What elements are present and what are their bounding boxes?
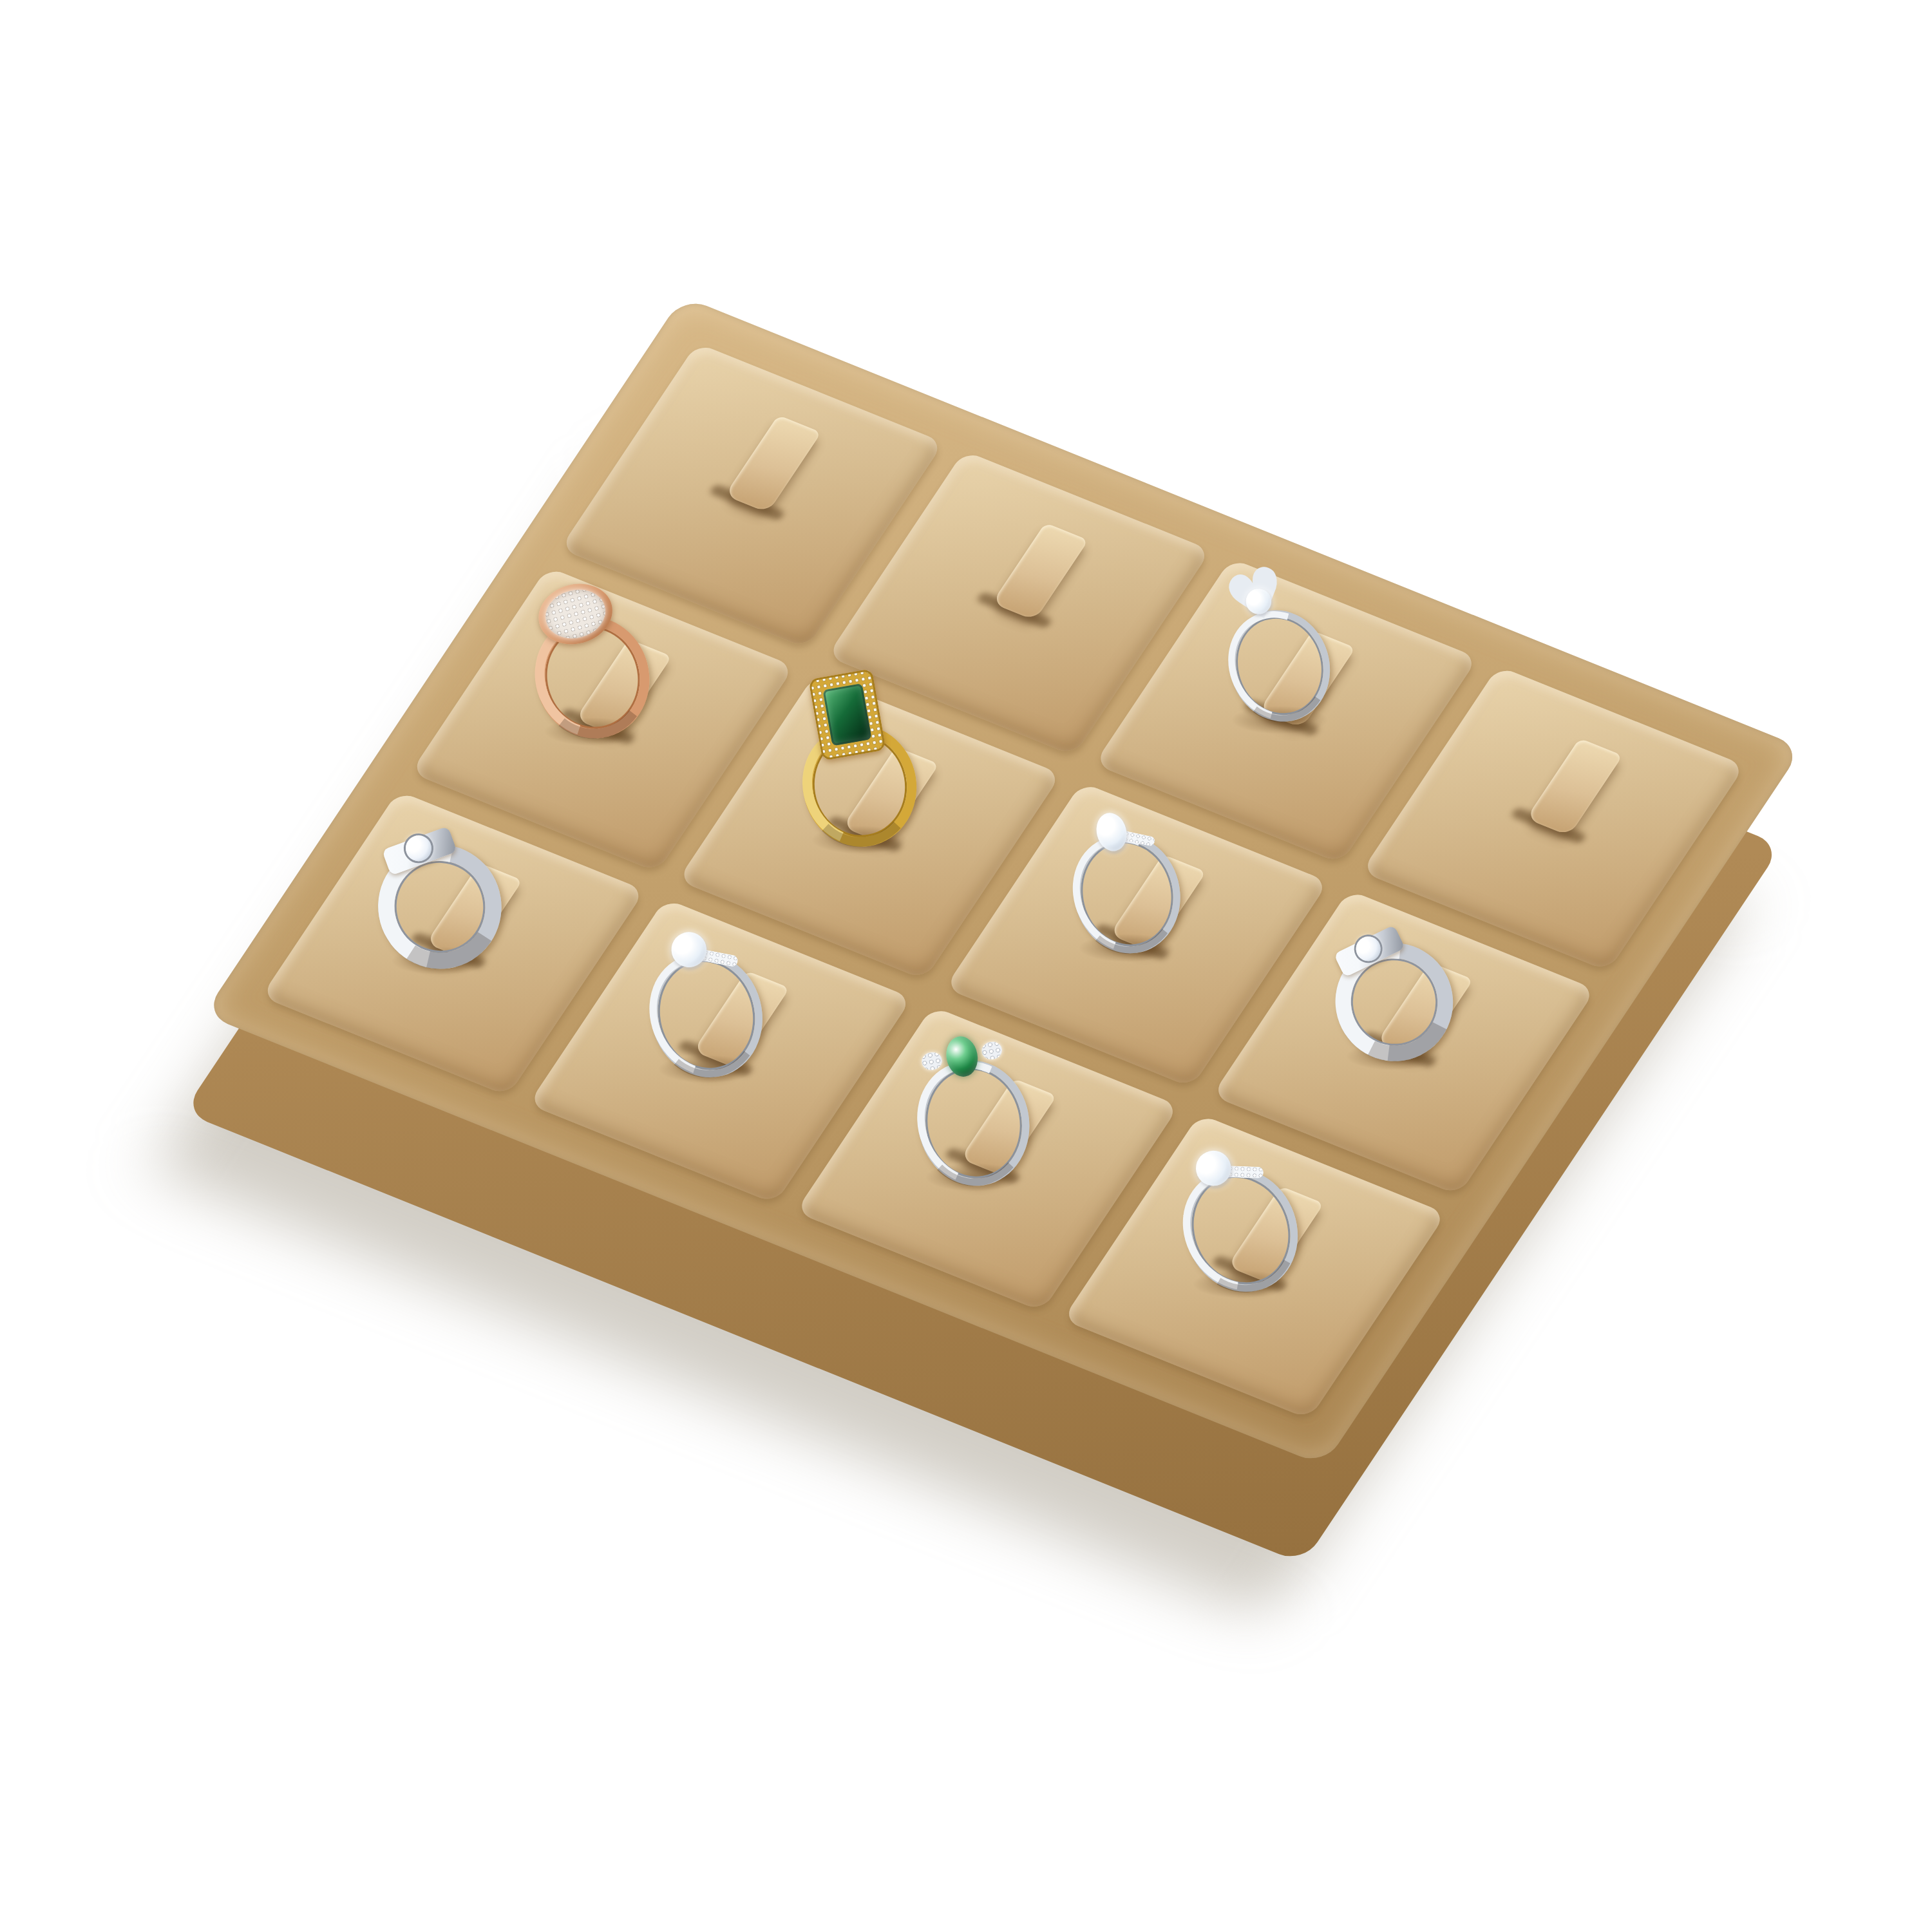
jewelry-tray-photo (0, 0, 1932, 1932)
